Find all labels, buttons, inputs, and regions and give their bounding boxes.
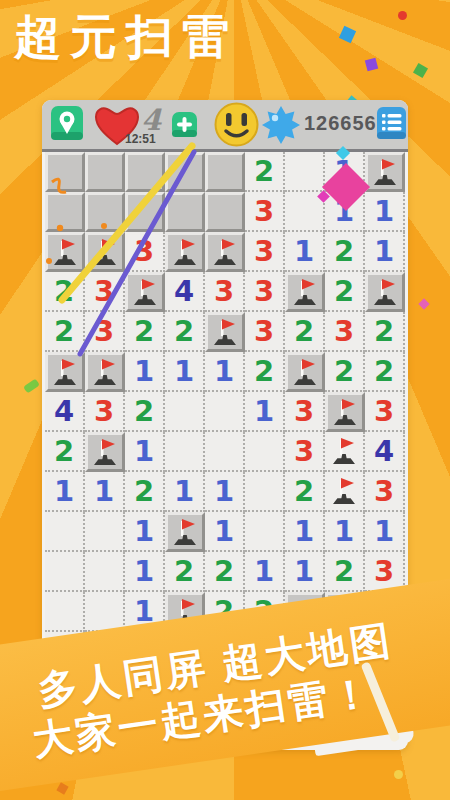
cell-r7c9[interactable]: 3	[365, 392, 405, 432]
cell-r9c2[interactable]: 1	[85, 472, 125, 512]
cell-r4c3[interactable]	[125, 272, 165, 312]
list-icon[interactable]	[375, 104, 408, 144]
cell-r5c4[interactable]: 2	[165, 312, 205, 352]
cell-r10c1[interactable]	[45, 512, 85, 552]
flag-icon	[213, 239, 237, 265]
cell-r6c9[interactable]: 2	[365, 352, 405, 392]
cell-r11c4[interactable]: 2	[165, 552, 205, 592]
cell-r10c5[interactable]: 1	[205, 512, 245, 552]
cell-r9c9[interactable]: 3	[365, 472, 405, 512]
cell-r4c1[interactable]: 2	[45, 272, 85, 312]
cell-r1c2[interactable]	[85, 152, 125, 192]
cell-r3c2[interactable]	[85, 232, 125, 272]
cell-r4c7[interactable]	[285, 272, 325, 312]
cell-r1c4[interactable]	[165, 152, 205, 192]
flag-icon	[93, 359, 117, 385]
cell-r7c2[interactable]: 3	[85, 392, 125, 432]
cell-r9c1[interactable]: 1	[45, 472, 85, 512]
flag-icon	[332, 438, 356, 464]
cell-r8c2[interactable]	[85, 432, 125, 472]
cell-r12c1[interactable]	[45, 592, 85, 632]
flag-icon	[293, 359, 317, 385]
cell-r1c7[interactable]	[285, 152, 325, 192]
cell-r2c5[interactable]	[205, 192, 245, 232]
cell-r3c8[interactable]: 2	[325, 232, 365, 272]
flag-icon	[173, 519, 197, 545]
cell-r9c7[interactable]: 2	[285, 472, 325, 512]
flag-icon	[213, 319, 237, 345]
confetti	[398, 11, 407, 20]
cell-r6c4[interactable]: 1	[165, 352, 205, 392]
cell-r8c8[interactable]	[325, 432, 365, 472]
flag-icon	[373, 279, 397, 305]
cell-r6c2[interactable]	[85, 352, 125, 392]
cell-r4c5[interactable]: 3	[205, 272, 245, 312]
flag-icon	[293, 279, 317, 305]
cell-r5c9[interactable]: 2	[365, 312, 405, 352]
cell-r3c1[interactable]	[45, 232, 85, 272]
toolbar: 4 12:51 126656	[42, 100, 408, 152]
cell-r7c5[interactable]	[205, 392, 245, 432]
cell-r3c5[interactable]	[205, 232, 245, 272]
timer: 12:51	[125, 132, 156, 146]
cell-r1c9[interactable]	[365, 152, 405, 192]
cell-r8c4[interactable]	[165, 432, 205, 472]
cell-r8c3[interactable]: 1	[125, 432, 165, 472]
app-title: 超元扫雷	[14, 6, 238, 69]
cell-r5c6[interactable]: 3	[245, 312, 285, 352]
flag-icon	[332, 478, 356, 504]
plus-icon[interactable]	[171, 111, 198, 138]
cell-r4c8[interactable]: 2	[325, 272, 365, 312]
flag-icon	[93, 239, 117, 265]
cell-r7c4[interactable]	[165, 392, 205, 432]
mine-count: 126656	[304, 112, 377, 135]
cell-r9c8[interactable]	[325, 472, 365, 512]
confetti	[394, 770, 403, 779]
flag-icon	[373, 159, 397, 185]
smiley-icon[interactable]	[214, 102, 259, 147]
cell-r11c3[interactable]: 1	[125, 552, 165, 592]
cell-r3c9[interactable]: 1	[365, 232, 405, 272]
cell-r11c7[interactable]: 1	[285, 552, 325, 592]
cell-r10c3[interactable]: 1	[125, 512, 165, 552]
cell-r7c3[interactable]: 2	[125, 392, 165, 432]
cell-r3c4[interactable]	[165, 232, 205, 272]
cell-r10c7[interactable]: 1	[285, 512, 325, 552]
cell-r7c7[interactable]: 3	[285, 392, 325, 432]
location-pin-icon[interactable]	[50, 105, 84, 143]
cell-r10c4[interactable]	[165, 512, 205, 552]
cell-r7c8[interactable]	[325, 392, 365, 432]
flag-icon	[53, 359, 77, 385]
cell-r9c6[interactable]	[245, 472, 285, 512]
cell-r7c1[interactable]: 4	[45, 392, 85, 432]
cell-r6c7[interactable]	[285, 352, 325, 392]
cell-r11c2[interactable]	[85, 552, 125, 592]
cell-r6c6[interactable]: 2	[245, 352, 285, 392]
cell-r5c3[interactable]: 2	[125, 312, 165, 352]
cell-r1c1[interactable]	[45, 152, 85, 192]
cell-r5c8[interactable]: 3	[325, 312, 365, 352]
cell-r6c3[interactable]: 1	[125, 352, 165, 392]
cell-r2c1[interactable]	[45, 192, 85, 232]
cell-r10c9[interactable]: 1	[365, 512, 405, 552]
cell-r6c8[interactable]: 2	[325, 352, 365, 392]
cell-r10c8[interactable]: 1	[325, 512, 365, 552]
cell-r6c5[interactable]: 1	[205, 352, 245, 392]
cell-r8c6[interactable]	[245, 432, 285, 472]
cell-r8c9[interactable]: 4	[365, 432, 405, 472]
flag-icon	[133, 279, 157, 305]
cell-r8c1[interactable]: 2	[45, 432, 85, 472]
cell-r5c5[interactable]	[205, 312, 245, 352]
cell-r10c2[interactable]	[85, 512, 125, 552]
cell-r4c6[interactable]: 3	[245, 272, 285, 312]
cell-r3c3[interactable]: 3	[125, 232, 165, 272]
cell-r9c5[interactable]: 1	[205, 472, 245, 512]
cell-r5c1[interactable]: 2	[45, 312, 85, 352]
cell-r1c3[interactable]	[125, 152, 165, 192]
cell-r2c3[interactable]	[125, 192, 165, 232]
cell-r11c6[interactable]: 1	[245, 552, 285, 592]
cell-r11c5[interactable]: 2	[205, 552, 245, 592]
cell-r8c5[interactable]	[205, 432, 245, 472]
cell-r2c2[interactable]	[85, 192, 125, 232]
cell-r11c8[interactable]: 2	[325, 552, 365, 592]
flag-icon	[93, 439, 117, 465]
cell-r2c6[interactable]: 3	[245, 192, 285, 232]
cell-r9c3[interactable]: 2	[125, 472, 165, 512]
cell-r2c4[interactable]	[165, 192, 205, 232]
cell-r8c7[interactable]: 3	[285, 432, 325, 472]
flag-icon	[53, 239, 77, 265]
cell-r5c7[interactable]: 2	[285, 312, 325, 352]
cell-r4c2[interactable]: 3	[85, 272, 125, 312]
cell-r6c1[interactable]	[45, 352, 85, 392]
cell-r7c6[interactable]: 1	[245, 392, 285, 432]
flag-icon	[173, 239, 197, 265]
cell-r9c4[interactable]: 1	[165, 472, 205, 512]
flag-icon	[333, 399, 357, 425]
cell-r4c9[interactable]	[365, 272, 405, 312]
cell-r5c2[interactable]: 3	[85, 312, 125, 352]
cell-r1c5[interactable]	[205, 152, 245, 192]
cell-r3c6[interactable]: 3	[245, 232, 285, 272]
cell-r2c9[interactable]: 1	[365, 192, 405, 232]
cell-r4c4[interactable]: 4	[165, 272, 205, 312]
cell-r3c7[interactable]: 1	[285, 232, 325, 272]
cell-r1c6[interactable]: 2	[245, 152, 285, 192]
cell-r10c6[interactable]	[245, 512, 285, 552]
cell-r11c1[interactable]	[45, 552, 85, 592]
mine-icon	[261, 105, 301, 145]
